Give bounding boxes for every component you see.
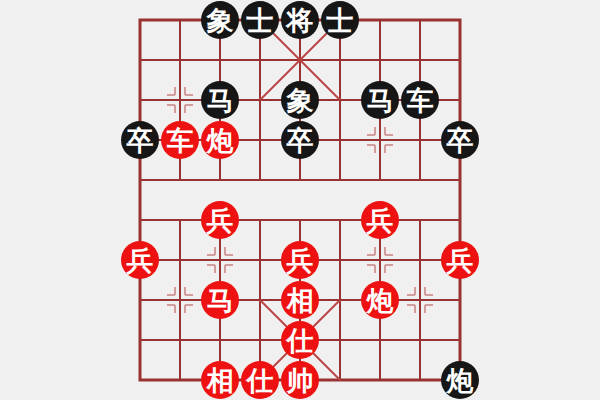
piece-black-horse[interactable]: 马 — [201, 81, 239, 119]
piece-red-horse[interactable]: 马 — [201, 281, 239, 319]
xiangqi-screen: 象士将士马象马车卒车炮卒卒兵兵兵兵兵马相炮仕相仕帅炮 — [0, 0, 600, 400]
piece-red-cannon[interactable]: 炮 — [361, 281, 399, 319]
piece-black-chariot[interactable]: 车 — [401, 81, 439, 119]
piece-red-general[interactable]: 帅 — [281, 361, 319, 399]
piece-red-elephant[interactable]: 相 — [201, 361, 239, 399]
piece-red-cannon[interactable]: 炮 — [201, 121, 239, 159]
piece-red-elephant[interactable]: 相 — [281, 281, 319, 319]
piece-red-soldier[interactable]: 兵 — [121, 241, 159, 279]
pieces-layer: 象士将士马象马车卒车炮卒卒兵兵兵兵兵马相炮仕相仕帅炮 — [0, 0, 600, 400]
piece-black-advisor[interactable]: 士 — [241, 1, 279, 39]
piece-red-soldier[interactable]: 兵 — [201, 201, 239, 239]
piece-black-elephant[interactable]: 象 — [281, 81, 319, 119]
piece-black-general[interactable]: 将 — [281, 1, 319, 39]
piece-black-soldier[interactable]: 卒 — [281, 121, 319, 159]
piece-red-soldier[interactable]: 兵 — [441, 241, 479, 279]
piece-red-soldier[interactable]: 兵 — [281, 241, 319, 279]
piece-black-elephant[interactable]: 象 — [201, 1, 239, 39]
piece-black-advisor[interactable]: 士 — [321, 1, 359, 39]
piece-red-advisor[interactable]: 仕 — [241, 361, 279, 399]
piece-black-horse[interactable]: 马 — [361, 81, 399, 119]
piece-black-cannon[interactable]: 炮 — [441, 361, 479, 399]
piece-red-chariot[interactable]: 车 — [161, 121, 199, 159]
piece-black-soldier[interactable]: 卒 — [121, 121, 159, 159]
piece-red-advisor[interactable]: 仕 — [281, 321, 319, 359]
piece-red-soldier[interactable]: 兵 — [361, 201, 399, 239]
piece-black-soldier[interactable]: 卒 — [441, 121, 479, 159]
